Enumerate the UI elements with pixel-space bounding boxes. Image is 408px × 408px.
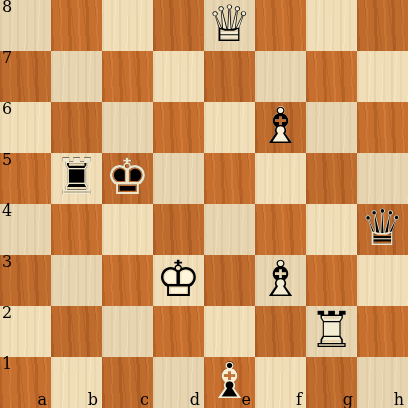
square-g1[interactable]: g: [306, 357, 357, 408]
file-label-h: h: [394, 390, 404, 408]
square-f7[interactable]: [255, 51, 306, 102]
black-king-piece[interactable]: ♚♔: [102, 153, 153, 204]
square-c8[interactable]: [102, 0, 153, 51]
white-queen-outline-icon: ♕: [204, 0, 255, 49]
square-b7[interactable]: [51, 51, 102, 102]
square-g3[interactable]: [306, 255, 357, 306]
square-a6[interactable]: 6: [0, 102, 51, 153]
square-e4[interactable]: [204, 204, 255, 255]
file-label-b: b: [88, 390, 98, 408]
square-a8[interactable]: 8: [0, 0, 51, 51]
square-d7[interactable]: [153, 51, 204, 102]
square-a2[interactable]: 2: [0, 306, 51, 357]
square-e5[interactable]: [204, 153, 255, 204]
square-f5[interactable]: [255, 153, 306, 204]
square-b8[interactable]: [51, 0, 102, 51]
square-g4[interactable]: [306, 204, 357, 255]
white-rook-piece[interactable]: ♜♖: [306, 306, 357, 357]
square-b4[interactable]: [51, 204, 102, 255]
white-bishop-piece[interactable]: ♝♗: [255, 102, 306, 153]
square-h2[interactable]: [357, 306, 408, 357]
black-king-outline-icon: ♔: [102, 151, 153, 202]
square-b1[interactable]: b: [51, 357, 102, 408]
rank-label-4: 4: [2, 201, 12, 220]
square-e1[interactable]: e♝♗: [204, 357, 255, 408]
square-c2[interactable]: [102, 306, 153, 357]
chess-app: 8♛♕76♝♗5♜♖♚♔4♛♕3♚♔♝♗2♜♖1abcde♝♗fgh: [0, 0, 408, 408]
square-d2[interactable]: [153, 306, 204, 357]
square-g6[interactable]: [306, 102, 357, 153]
square-a3[interactable]: 3: [0, 255, 51, 306]
file-label-g: g: [343, 390, 353, 408]
rank-label-1: 1: [2, 354, 12, 373]
square-e8[interactable]: ♛♕: [204, 0, 255, 51]
square-d1[interactable]: d: [153, 357, 204, 408]
square-f4[interactable]: [255, 204, 306, 255]
square-b2[interactable]: [51, 306, 102, 357]
rank-label-3: 3: [2, 252, 12, 271]
file-label-e: e: [242, 390, 251, 408]
square-f2[interactable]: [255, 306, 306, 357]
square-h7[interactable]: [357, 51, 408, 102]
white-bishop-outline-icon: ♗: [255, 100, 306, 151]
square-d6[interactable]: [153, 102, 204, 153]
rank-label-5: 5: [2, 150, 12, 169]
square-b5[interactable]: ♜♖: [51, 153, 102, 204]
black-queen-outline-icon: ♕: [357, 202, 408, 253]
square-h5[interactable]: [357, 153, 408, 204]
square-h1[interactable]: h: [357, 357, 408, 408]
square-c7[interactable]: [102, 51, 153, 102]
square-g8[interactable]: [306, 0, 357, 51]
square-e6[interactable]: [204, 102, 255, 153]
file-label-d: d: [190, 390, 200, 408]
square-b3[interactable]: [51, 255, 102, 306]
square-f8[interactable]: [255, 0, 306, 51]
white-bishop-piece[interactable]: ♝♗: [255, 255, 306, 306]
square-b6[interactable]: [51, 102, 102, 153]
square-d3[interactable]: ♚♔: [153, 255, 204, 306]
black-rook-piece[interactable]: ♜♖: [51, 153, 102, 204]
rank-label-8: 8: [2, 0, 12, 16]
square-a5[interactable]: 5: [0, 153, 51, 204]
square-d8[interactable]: [153, 0, 204, 51]
white-king-outline-icon: ♔: [153, 253, 204, 304]
black-rook-outline-icon: ♖: [51, 151, 102, 202]
square-c6[interactable]: [102, 102, 153, 153]
square-h8[interactable]: [357, 0, 408, 51]
rank-label-2: 2: [2, 303, 12, 322]
rank-label-7: 7: [2, 48, 12, 67]
square-g5[interactable]: [306, 153, 357, 204]
square-f3[interactable]: ♝♗: [255, 255, 306, 306]
file-label-c: c: [140, 390, 149, 408]
square-d4[interactable]: [153, 204, 204, 255]
square-h6[interactable]: [357, 102, 408, 153]
white-queen-piece[interactable]: ♛♕: [204, 0, 255, 51]
square-f1[interactable]: f: [255, 357, 306, 408]
square-c3[interactable]: [102, 255, 153, 306]
square-e3[interactable]: [204, 255, 255, 306]
square-c4[interactable]: [102, 204, 153, 255]
square-a4[interactable]: 4: [0, 204, 51, 255]
black-queen-piece[interactable]: ♛♕: [357, 204, 408, 255]
white-bishop-outline-icon: ♗: [255, 253, 306, 304]
square-h3[interactable]: [357, 255, 408, 306]
square-e7[interactable]: [204, 51, 255, 102]
square-g7[interactable]: [306, 51, 357, 102]
rank-label-6: 6: [2, 99, 12, 118]
square-c1[interactable]: c: [102, 357, 153, 408]
file-label-a: a: [37, 390, 47, 408]
square-a1[interactable]: 1a: [0, 357, 51, 408]
square-c5[interactable]: ♚♔: [102, 153, 153, 204]
white-king-piece[interactable]: ♚♔: [153, 255, 204, 306]
file-label-f: f: [296, 390, 302, 408]
white-rook-outline-icon: ♖: [306, 304, 357, 355]
square-f6[interactable]: ♝♗: [255, 102, 306, 153]
square-e2[interactable]: [204, 306, 255, 357]
square-a7[interactable]: 7: [0, 51, 51, 102]
square-d5[interactable]: [153, 153, 204, 204]
square-h4[interactable]: ♛♕: [357, 204, 408, 255]
square-g2[interactable]: ♜♖: [306, 306, 357, 357]
chess-board: 8♛♕76♝♗5♜♖♚♔4♛♕3♚♔♝♗2♜♖1abcde♝♗fgh: [0, 0, 408, 408]
